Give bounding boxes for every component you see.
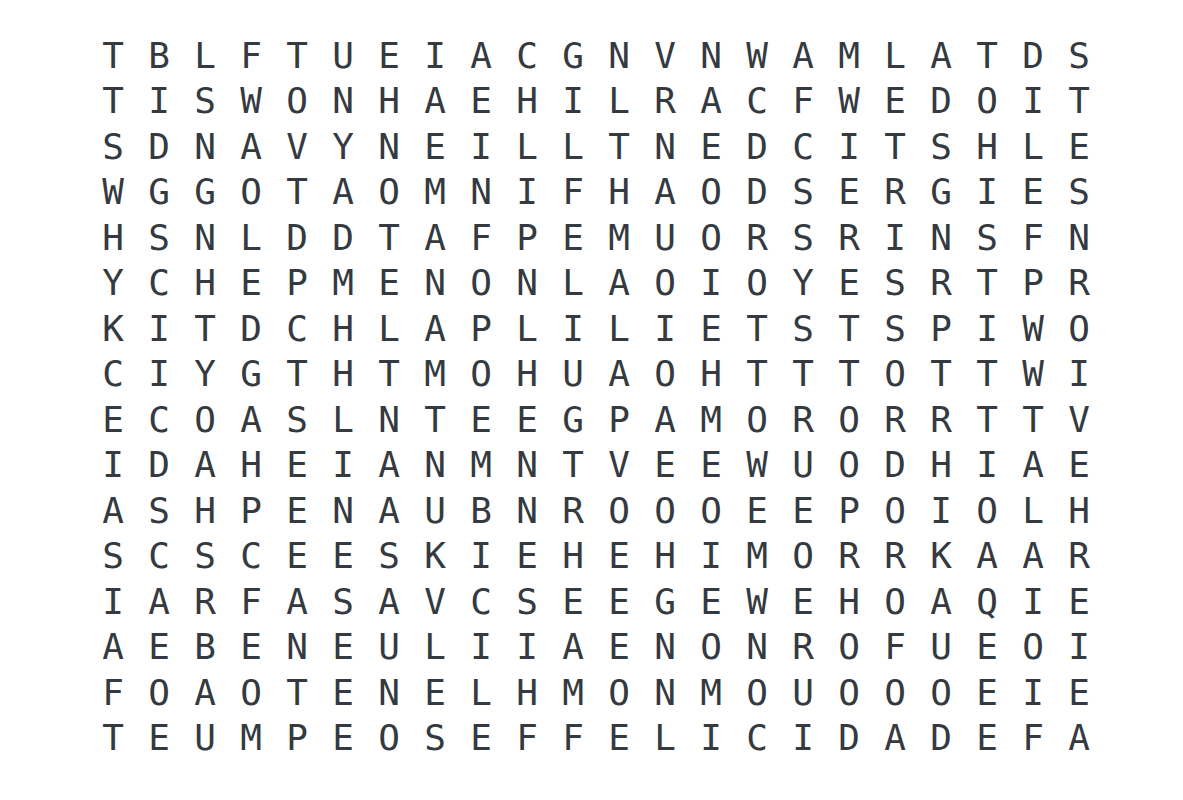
grid-cell[interactable]: G — [228, 352, 274, 398]
grid-cell[interactable]: R — [918, 397, 964, 443]
grid-cell[interactable]: M — [320, 261, 366, 307]
grid-cell[interactable]: H — [182, 261, 228, 307]
grid-cell[interactable]: S — [136, 488, 182, 534]
grid-cell[interactable]: N — [504, 488, 550, 534]
grid-cell[interactable]: L — [504, 124, 550, 170]
grid-cell[interactable]: E — [458, 716, 504, 762]
grid-cell[interactable]: T — [412, 397, 458, 443]
grid-cell[interactable]: L — [550, 124, 596, 170]
grid-cell[interactable]: M — [412, 352, 458, 398]
grid-cell[interactable]: K — [90, 306, 136, 352]
grid-cell[interactable]: O — [826, 670, 872, 716]
grid-cell[interactable]: I — [688, 261, 734, 307]
grid-cell[interactable]: I — [90, 579, 136, 625]
grid-cell[interactable]: L — [642, 716, 688, 762]
grid-cell[interactable]: T — [1056, 79, 1102, 125]
grid-cell[interactable]: T — [734, 306, 780, 352]
grid-cell[interactable]: S — [182, 534, 228, 580]
grid-cell[interactable]: H — [1056, 488, 1102, 534]
grid-cell[interactable]: A — [1010, 534, 1056, 580]
grid-cell[interactable]: Q — [964, 579, 1010, 625]
grid-cell[interactable]: T — [1010, 397, 1056, 443]
grid-cell[interactable]: A — [1056, 716, 1102, 762]
grid-cell[interactable]: O — [596, 488, 642, 534]
grid-cell[interactable]: A — [688, 79, 734, 125]
grid-cell[interactable]: S — [90, 124, 136, 170]
grid-cell[interactable]: U — [780, 670, 826, 716]
grid-cell[interactable]: E — [596, 625, 642, 671]
grid-cell[interactable]: E — [596, 579, 642, 625]
grid-cell[interactable]: A — [136, 579, 182, 625]
grid-cell[interactable]: O — [734, 261, 780, 307]
grid-cell[interactable]: G — [550, 397, 596, 443]
grid-cell[interactable]: E — [320, 534, 366, 580]
grid-cell[interactable]: F — [780, 79, 826, 125]
grid-cell[interactable]: A — [412, 306, 458, 352]
grid-cell[interactable]: U — [366, 625, 412, 671]
grid-cell[interactable]: E — [1056, 124, 1102, 170]
grid-cell[interactable]: A — [412, 79, 458, 125]
grid-cell[interactable]: E — [320, 670, 366, 716]
grid-cell[interactable]: D — [918, 716, 964, 762]
grid-cell[interactable]: O — [872, 352, 918, 398]
grid-cell[interactable]: H — [320, 352, 366, 398]
grid-cell[interactable]: E — [1056, 443, 1102, 489]
grid-cell[interactable]: P — [918, 306, 964, 352]
grid-cell[interactable]: A — [182, 670, 228, 716]
grid-cell[interactable]: P — [228, 488, 274, 534]
grid-cell[interactable]: E — [596, 716, 642, 762]
grid-cell[interactable]: I — [136, 79, 182, 125]
grid-cell[interactable]: I — [918, 488, 964, 534]
grid-cell[interactable]: O — [366, 170, 412, 216]
grid-cell[interactable]: T — [734, 352, 780, 398]
grid-cell[interactable]: H — [320, 306, 366, 352]
grid-cell[interactable]: O — [228, 170, 274, 216]
grid-cell[interactable]: I — [90, 443, 136, 489]
grid-cell[interactable]: T — [182, 306, 228, 352]
grid-cell[interactable]: O — [458, 352, 504, 398]
grid-cell[interactable]: E — [964, 625, 1010, 671]
grid-cell[interactable]: A — [366, 488, 412, 534]
grid-cell[interactable]: D — [826, 716, 872, 762]
grid-cell[interactable]: E — [90, 397, 136, 443]
grid-cell[interactable]: F — [1010, 215, 1056, 261]
grid-cell[interactable]: A — [780, 33, 826, 79]
grid-cell[interactable]: I — [642, 306, 688, 352]
grid-cell[interactable]: E — [136, 625, 182, 671]
grid-cell[interactable]: T — [274, 33, 320, 79]
grid-cell[interactable]: M — [688, 397, 734, 443]
grid-cell[interactable]: G — [642, 579, 688, 625]
grid-cell[interactable]: A — [964, 534, 1010, 580]
grid-cell[interactable]: M — [458, 443, 504, 489]
grid-cell[interactable]: E — [366, 33, 412, 79]
grid-cell[interactable]: U — [412, 488, 458, 534]
grid-cell[interactable]: T — [780, 352, 826, 398]
grid-cell[interactable]: R — [550, 488, 596, 534]
grid-cell[interactable]: L — [228, 215, 274, 261]
grid-cell[interactable]: D — [136, 443, 182, 489]
grid-cell[interactable]: L — [596, 306, 642, 352]
grid-cell[interactable]: S — [918, 124, 964, 170]
grid-cell[interactable]: R — [872, 170, 918, 216]
grid-cell[interactable]: I — [1010, 670, 1056, 716]
grid-cell[interactable]: R — [826, 215, 872, 261]
grid-cell[interactable]: B — [458, 488, 504, 534]
grid-cell[interactable]: A — [366, 579, 412, 625]
grid-cell[interactable]: D — [734, 124, 780, 170]
grid-cell[interactable]: A — [1010, 443, 1056, 489]
grid-cell[interactable]: O — [964, 79, 1010, 125]
grid-cell[interactable]: C — [136, 534, 182, 580]
grid-cell[interactable]: S — [1056, 33, 1102, 79]
grid-cell[interactable]: N — [182, 124, 228, 170]
grid-cell[interactable]: R — [1056, 534, 1102, 580]
grid-cell[interactable]: V — [596, 443, 642, 489]
grid-cell[interactable]: A — [412, 215, 458, 261]
grid-cell[interactable]: H — [504, 670, 550, 716]
grid-cell[interactable]: O — [596, 670, 642, 716]
grid-cell[interactable]: T — [274, 670, 320, 716]
grid-cell[interactable]: M — [412, 170, 458, 216]
grid-cell[interactable]: I — [136, 306, 182, 352]
grid-cell[interactable]: U — [780, 443, 826, 489]
grid-cell[interactable]: I — [964, 443, 1010, 489]
grid-cell[interactable]: S — [366, 534, 412, 580]
grid-cell[interactable]: M — [688, 670, 734, 716]
grid-cell[interactable]: A — [320, 170, 366, 216]
grid-cell[interactable]: Y — [90, 261, 136, 307]
grid-cell[interactable]: O — [826, 443, 872, 489]
grid-cell[interactable]: T — [826, 306, 872, 352]
grid-cell[interactable]: S — [780, 215, 826, 261]
grid-cell[interactable]: Y — [182, 352, 228, 398]
grid-cell[interactable]: I — [550, 306, 596, 352]
grid-cell[interactable]: E — [228, 261, 274, 307]
grid-cell[interactable]: D — [274, 215, 320, 261]
grid-cell[interactable]: R — [734, 215, 780, 261]
grid-cell[interactable]: V — [642, 33, 688, 79]
grid-cell[interactable]: S — [274, 397, 320, 443]
grid-cell[interactable]: T — [366, 215, 412, 261]
grid-cell[interactable]: C — [136, 261, 182, 307]
grid-cell[interactable]: W — [734, 443, 780, 489]
grid-cell[interactable]: A — [366, 443, 412, 489]
grid-cell[interactable]: I — [688, 534, 734, 580]
grid-cell[interactable]: A — [918, 33, 964, 79]
grid-cell[interactable]: A — [642, 170, 688, 216]
grid-cell[interactable]: C — [734, 716, 780, 762]
grid-cell[interactable]: P — [504, 215, 550, 261]
grid-cell[interactable]: S — [136, 215, 182, 261]
grid-cell[interactable]: O — [872, 488, 918, 534]
grid-cell[interactable]: L — [458, 670, 504, 716]
grid-cell[interactable]: H — [918, 443, 964, 489]
grid-cell[interactable]: L — [1010, 124, 1056, 170]
grid-cell[interactable]: A — [458, 33, 504, 79]
grid-cell[interactable]: W — [1010, 352, 1056, 398]
grid-cell[interactable]: N — [642, 625, 688, 671]
grid-cell[interactable]: L — [504, 306, 550, 352]
grid-cell[interactable]: R — [1056, 261, 1102, 307]
grid-cell[interactable]: E — [550, 579, 596, 625]
grid-cell[interactable]: G — [918, 170, 964, 216]
grid-cell[interactable]: S — [182, 79, 228, 125]
grid-cell[interactable]: F — [90, 670, 136, 716]
grid-cell[interactable]: L — [412, 625, 458, 671]
grid-cell[interactable]: A — [228, 397, 274, 443]
grid-cell[interactable]: P — [274, 261, 320, 307]
grid-cell[interactable]: E — [1010, 170, 1056, 216]
grid-cell[interactable]: C — [734, 79, 780, 125]
grid-cell[interactable]: O — [366, 716, 412, 762]
grid-cell[interactable]: N — [504, 443, 550, 489]
grid-cell[interactable]: G — [136, 170, 182, 216]
grid-cell[interactable]: N — [642, 670, 688, 716]
grid-cell[interactable]: C — [458, 579, 504, 625]
grid-cell[interactable]: N — [366, 670, 412, 716]
grid-cell[interactable]: T — [826, 352, 872, 398]
grid-cell[interactable]: C — [780, 124, 826, 170]
grid-cell[interactable]: D — [320, 215, 366, 261]
grid-cell[interactable]: E — [136, 716, 182, 762]
grid-cell[interactable]: E — [274, 443, 320, 489]
grid-cell[interactable]: E — [320, 625, 366, 671]
grid-cell[interactable]: L — [1010, 488, 1056, 534]
grid-cell[interactable]: L — [182, 33, 228, 79]
grid-cell[interactable]: T — [964, 397, 1010, 443]
grid-cell[interactable]: E — [504, 397, 550, 443]
grid-cell[interactable]: S — [504, 579, 550, 625]
grid-cell[interactable]: F — [228, 33, 274, 79]
grid-cell[interactable]: F — [872, 625, 918, 671]
grid-cell[interactable]: T — [274, 170, 320, 216]
grid-cell[interactable]: I — [458, 534, 504, 580]
grid-cell[interactable]: E — [688, 579, 734, 625]
grid-cell[interactable]: K — [918, 534, 964, 580]
grid-cell[interactable]: A — [596, 352, 642, 398]
grid-cell[interactable]: O — [274, 79, 320, 125]
grid-cell[interactable]: E — [366, 261, 412, 307]
grid-cell[interactable]: T — [550, 443, 596, 489]
grid-cell[interactable]: E — [550, 215, 596, 261]
grid-cell[interactable]: E — [504, 534, 550, 580]
grid-cell[interactable]: O — [964, 488, 1010, 534]
grid-cell[interactable]: N — [412, 443, 458, 489]
grid-cell[interactable]: N — [412, 261, 458, 307]
grid-cell[interactable]: I — [504, 170, 550, 216]
grid-cell[interactable]: Y — [320, 124, 366, 170]
grid-cell[interactable]: S — [964, 215, 1010, 261]
grid-cell[interactable]: E — [642, 443, 688, 489]
grid-cell[interactable]: S — [780, 170, 826, 216]
grid-cell[interactable]: O — [136, 670, 182, 716]
grid-cell[interactable]: C — [504, 33, 550, 79]
grid-cell[interactable]: G — [550, 33, 596, 79]
grid-cell[interactable]: I — [826, 124, 872, 170]
grid-cell[interactable]: R — [872, 534, 918, 580]
grid-cell[interactable]: S — [872, 306, 918, 352]
grid-cell[interactable]: F — [504, 716, 550, 762]
grid-cell[interactable]: I — [458, 124, 504, 170]
grid-cell[interactable]: W — [228, 79, 274, 125]
grid-cell[interactable]: O — [688, 488, 734, 534]
grid-cell[interactable]: N — [320, 488, 366, 534]
grid-cell[interactable]: U — [550, 352, 596, 398]
grid-cell[interactable]: P — [1010, 261, 1056, 307]
grid-cell[interactable]: E — [320, 716, 366, 762]
grid-cell[interactable]: R — [780, 397, 826, 443]
grid-cell[interactable]: E — [872, 79, 918, 125]
grid-cell[interactable]: M — [734, 534, 780, 580]
grid-cell[interactable]: N — [366, 397, 412, 443]
grid-cell[interactable]: I — [458, 625, 504, 671]
grid-cell[interactable]: A — [642, 397, 688, 443]
grid-cell[interactable]: H — [366, 79, 412, 125]
grid-cell[interactable]: H — [504, 79, 550, 125]
grid-cell[interactable]: A — [596, 261, 642, 307]
grid-cell[interactable]: T — [90, 33, 136, 79]
grid-cell[interactable]: V — [412, 579, 458, 625]
grid-cell[interactable]: W — [734, 33, 780, 79]
grid-cell[interactable]: A — [550, 625, 596, 671]
grid-cell[interactable]: C — [90, 352, 136, 398]
grid-cell[interactable]: E — [780, 488, 826, 534]
grid-cell[interactable]: I — [550, 79, 596, 125]
grid-cell[interactable]: A — [90, 488, 136, 534]
grid-cell[interactable]: O — [1056, 306, 1102, 352]
grid-cell[interactable]: F — [550, 170, 596, 216]
grid-cell[interactable]: O — [918, 670, 964, 716]
grid-cell[interactable]: E — [688, 124, 734, 170]
grid-cell[interactable]: D — [918, 79, 964, 125]
grid-cell[interactable]: O — [642, 261, 688, 307]
grid-cell[interactable]: R — [780, 625, 826, 671]
grid-cell[interactable]: A — [182, 443, 228, 489]
grid-cell[interactable]: O — [826, 397, 872, 443]
grid-cell[interactable]: B — [136, 33, 182, 79]
grid-cell[interactable]: H — [596, 170, 642, 216]
grid-cell[interactable]: T — [366, 352, 412, 398]
grid-cell[interactable]: C — [274, 306, 320, 352]
grid-cell[interactable]: V — [1056, 397, 1102, 443]
grid-cell[interactable]: I — [504, 625, 550, 671]
grid-cell[interactable]: N — [1056, 215, 1102, 261]
grid-cell[interactable]: C — [136, 397, 182, 443]
grid-cell[interactable]: A — [918, 579, 964, 625]
grid-cell[interactable]: I — [1056, 352, 1102, 398]
grid-cell[interactable]: I — [872, 215, 918, 261]
grid-cell[interactable]: M — [228, 716, 274, 762]
grid-cell[interactable]: Y — [780, 261, 826, 307]
grid-cell[interactable]: O — [872, 670, 918, 716]
grid-cell[interactable]: H — [182, 488, 228, 534]
grid-cell[interactable]: O — [688, 170, 734, 216]
grid-cell[interactable]: H — [550, 534, 596, 580]
grid-cell[interactable]: E — [596, 534, 642, 580]
grid-cell[interactable]: L — [872, 33, 918, 79]
grid-cell[interactable]: R — [872, 397, 918, 443]
grid-cell[interactable]: I — [964, 306, 1010, 352]
grid-cell[interactable]: T — [90, 79, 136, 125]
grid-cell[interactable]: V — [274, 124, 320, 170]
grid-cell[interactable]: E — [688, 306, 734, 352]
grid-cell[interactable]: T — [274, 352, 320, 398]
grid-cell[interactable]: O — [826, 625, 872, 671]
grid-cell[interactable]: W — [90, 170, 136, 216]
grid-cell[interactable]: T — [918, 352, 964, 398]
grid-cell[interactable]: N — [734, 625, 780, 671]
grid-cell[interactable]: N — [458, 170, 504, 216]
grid-cell[interactable]: E — [274, 488, 320, 534]
grid-cell[interactable]: T — [964, 33, 1010, 79]
grid-cell[interactable]: D — [872, 443, 918, 489]
grid-cell[interactable]: I — [412, 33, 458, 79]
grid-cell[interactable]: K — [412, 534, 458, 580]
grid-cell[interactable]: P — [274, 716, 320, 762]
grid-cell[interactable]: N — [504, 261, 550, 307]
grid-cell[interactable]: A — [872, 716, 918, 762]
grid-cell[interactable]: G — [182, 170, 228, 216]
grid-cell[interactable]: S — [320, 579, 366, 625]
grid-cell[interactable]: I — [136, 352, 182, 398]
grid-cell[interactable]: I — [320, 443, 366, 489]
grid-cell[interactable]: S — [90, 534, 136, 580]
grid-cell[interactable]: E — [412, 124, 458, 170]
grid-cell[interactable]: I — [1010, 79, 1056, 125]
grid-cell[interactable]: O — [872, 579, 918, 625]
grid-cell[interactable]: E — [274, 534, 320, 580]
grid-cell[interactable]: D — [136, 124, 182, 170]
grid-cell[interactable]: E — [826, 261, 872, 307]
grid-cell[interactable]: N — [642, 124, 688, 170]
grid-cell[interactable]: E — [458, 79, 504, 125]
grid-cell[interactable]: I — [1010, 579, 1056, 625]
grid-cell[interactable]: I — [1056, 625, 1102, 671]
grid-cell[interactable]: P — [826, 488, 872, 534]
grid-cell[interactable]: N — [688, 33, 734, 79]
grid-cell[interactable]: A — [274, 579, 320, 625]
grid-cell[interactable]: O — [688, 215, 734, 261]
grid-cell[interactable]: F — [1010, 716, 1056, 762]
grid-cell[interactable]: W — [1010, 306, 1056, 352]
grid-cell[interactable]: L — [320, 397, 366, 443]
grid-cell[interactable]: A — [90, 625, 136, 671]
grid-cell[interactable]: O — [734, 397, 780, 443]
grid-cell[interactable]: D — [734, 170, 780, 216]
grid-cell[interactable]: O — [688, 625, 734, 671]
grid-cell[interactable]: D — [228, 306, 274, 352]
grid-cell[interactable]: T — [90, 716, 136, 762]
grid-cell[interactable]: H — [504, 352, 550, 398]
grid-cell[interactable]: E — [412, 670, 458, 716]
grid-cell[interactable]: M — [826, 33, 872, 79]
grid-cell[interactable]: N — [320, 79, 366, 125]
grid-cell[interactable]: C — [228, 534, 274, 580]
grid-cell[interactable]: H — [642, 534, 688, 580]
grid-cell[interactable]: E — [734, 488, 780, 534]
grid-cell[interactable]: O — [182, 397, 228, 443]
grid-cell[interactable]: L — [550, 261, 596, 307]
grid-cell[interactable]: O — [642, 352, 688, 398]
grid-cell[interactable]: O — [734, 670, 780, 716]
grid-cell[interactable]: A — [228, 124, 274, 170]
grid-cell[interactable]: U — [918, 625, 964, 671]
grid-cell[interactable]: R — [918, 261, 964, 307]
grid-cell[interactable]: P — [458, 306, 504, 352]
grid-cell[interactable]: I — [688, 716, 734, 762]
